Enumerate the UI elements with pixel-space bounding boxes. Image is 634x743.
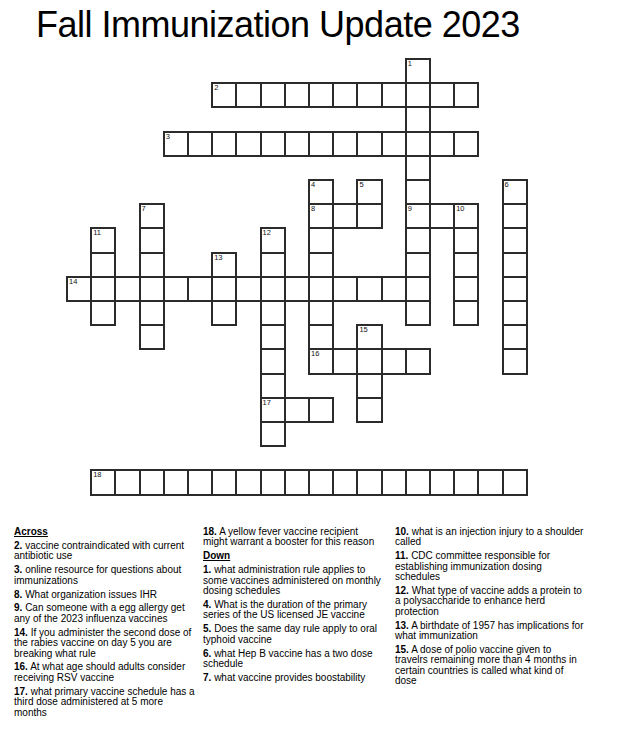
- clue-item-text: what administration rule applies to some…: [203, 564, 381, 596]
- grid-cell-r7c1[interactable]: 11: [90, 227, 116, 253]
- grid-cell-r12c8[interactable]: [260, 348, 286, 374]
- grid-cell-r3c6[interactable]: [211, 131, 237, 157]
- clue-item-text: what primary vaccine schedule has a thir…: [14, 686, 195, 718]
- clue-number: 6: [505, 180, 509, 189]
- grid-cell-r7c18[interactable]: [502, 227, 528, 253]
- grid-cell-r17c17[interactable]: [477, 469, 503, 495]
- grid-cell-r7c3[interactable]: [139, 227, 165, 253]
- grid-cell-r17c13[interactable]: [381, 469, 407, 495]
- clue-item: 3. online resource for questions about i…: [14, 565, 196, 586]
- grid-cell-r8c18[interactable]: [502, 252, 528, 278]
- grid-cell-r3c4[interactable]: 3: [163, 131, 189, 157]
- grid-cell-r3c7[interactable]: [235, 131, 261, 157]
- grid-cell-r17c3[interactable]: [139, 469, 165, 495]
- clue-item: 14. If you administer the second dose of…: [14, 628, 196, 659]
- clue-number: 14: [69, 277, 77, 286]
- clue-item: 8. What organization issues IHR: [14, 590, 196, 600]
- grid-cell-r9c12[interactable]: [356, 276, 382, 302]
- grid-cell-r6c11[interactable]: [332, 203, 358, 229]
- grid-cell-r3c12[interactable]: [356, 131, 382, 157]
- grid-cell-r10c14[interactable]: [405, 300, 431, 326]
- clue-item-number: 5.: [203, 623, 211, 634]
- grid-cell-r1c14[interactable]: [405, 82, 431, 108]
- grid-cell-r17c11[interactable]: [332, 469, 358, 495]
- grid-cell-r12c14[interactable]: [405, 348, 431, 374]
- grid-cell-r3c14[interactable]: [405, 131, 431, 157]
- grid-cell-r3c8[interactable]: [260, 131, 286, 157]
- grid-cell-r17c2[interactable]: [114, 469, 140, 495]
- clue-item-text: CDC committee responsible for establishi…: [395, 550, 550, 582]
- grid-cell-r3c11[interactable]: [332, 131, 358, 157]
- clue-item-text: what is an injection injury to a shoulde…: [395, 526, 583, 547]
- clue-item-number: 1.: [203, 564, 211, 575]
- grid-cell-r1c6[interactable]: 2: [211, 82, 237, 108]
- grid-cell-r3c10[interactable]: [308, 131, 334, 157]
- grid-cell-r14c8[interactable]: 17: [260, 397, 286, 423]
- grid-cell-r9c1[interactable]: [90, 276, 116, 302]
- clue-number: 1: [408, 59, 412, 68]
- across-header: Across: [14, 527, 196, 537]
- grid-cell-r3c15[interactable]: [429, 131, 455, 157]
- clue-item: 15. A dose of polio vaccine given to tra…: [395, 645, 585, 687]
- grid-cell-r11c10[interactable]: [308, 324, 334, 350]
- grid-cell-r5c14[interactable]: [405, 179, 431, 205]
- grid-cell-r14c9[interactable]: [284, 397, 310, 423]
- clue-item-text: At what age should adults consider recei…: [14, 661, 185, 682]
- grid-cell-r8c6[interactable]: 13: [211, 252, 237, 278]
- grid-cell-r9c6[interactable]: [211, 276, 237, 302]
- clue-number: 8: [311, 204, 315, 213]
- grid-cell-r7c14[interactable]: [405, 227, 431, 253]
- grid-cell-r8c14[interactable]: [405, 252, 431, 278]
- grid-cell-r1c12[interactable]: [356, 82, 382, 108]
- grid-cell-r9c18[interactable]: [502, 276, 528, 302]
- clue-column-3: 10. what is an injection injury to a sho…: [395, 527, 585, 690]
- clue-item-number: 14.: [14, 627, 28, 638]
- grid-cell-r17c9[interactable]: [284, 469, 310, 495]
- clue-item-text: Can someone with a egg allergy get any o…: [14, 602, 185, 623]
- grid-cell-r10c6[interactable]: [211, 300, 237, 326]
- clue-item-number: 8.: [14, 589, 22, 600]
- clue-item: 5. Does the same day rule apply to oral …: [203, 624, 385, 645]
- clue-number: 13: [214, 253, 222, 262]
- clue-item-text: If you administer the second dose of the…: [14, 627, 191, 659]
- grid-cell-r1c8[interactable]: [260, 82, 286, 108]
- clue-item-text: A birthdate of 1957 has implications for…: [395, 620, 583, 641]
- grid-cell-r9c3[interactable]: [139, 276, 165, 302]
- grid-cell-r12c13[interactable]: [381, 348, 407, 374]
- grid-cell-r7c8[interactable]: 12: [260, 227, 286, 253]
- clue-item: 6. what Hep B vaccine has a two dose sch…: [203, 649, 385, 670]
- grid-cell-r9c8[interactable]: [260, 276, 286, 302]
- grid-cell-r9c5[interactable]: [187, 276, 213, 302]
- clue-number: 2: [214, 83, 218, 92]
- clue-item: 7. what vaccine provides boostability: [203, 673, 385, 683]
- grid-cell-r17c16[interactable]: [453, 469, 479, 495]
- grid-cell-r17c6[interactable]: [211, 469, 237, 495]
- clue-item: 18. A yellow fever vaccine recipient mig…: [203, 527, 385, 548]
- clue-item-text: Does the same day rule apply to oral typ…: [203, 623, 377, 644]
- grid-cell-r17c7[interactable]: [235, 469, 261, 495]
- grid-cell-r1c16[interactable]: [453, 82, 479, 108]
- clue-item: 2. vaccine contraindicated with current …: [14, 541, 196, 562]
- clue-number: 17: [263, 398, 271, 407]
- grid-cell-r1c11[interactable]: [332, 82, 358, 108]
- grid-cell-r17c18[interactable]: [502, 469, 528, 495]
- grid-cell-r17c10[interactable]: [308, 469, 334, 495]
- grid-cell-r1c15[interactable]: [429, 82, 455, 108]
- grid-cell-r4c14[interactable]: [405, 155, 431, 181]
- clue-item-number: 13.: [395, 620, 409, 631]
- down-header: Down: [203, 551, 385, 561]
- clue-item-number: 12.: [395, 585, 409, 596]
- clue-item-number: 2.: [14, 540, 22, 551]
- grid-cell-r13c12[interactable]: [356, 373, 382, 399]
- grid-cell-r9c16[interactable]: [453, 276, 479, 302]
- clue-number: 16: [311, 349, 319, 358]
- grid-cell-r6c15[interactable]: [429, 203, 455, 229]
- clue-item-text: A yellow fever vaccine recipient might w…: [203, 526, 374, 547]
- grid-cell-r12c18[interactable]: [502, 348, 528, 374]
- clue-item-number: 15.: [395, 644, 409, 655]
- clue-number: 10: [456, 204, 464, 213]
- clue-item-text: vaccine contraindicated with current ant…: [14, 540, 184, 561]
- grid-cell-r2c14[interactable]: [405, 106, 431, 132]
- clue-item: 12. What type of vaccine adds a protein …: [395, 586, 585, 617]
- grid-cell-r1c10[interactable]: [308, 82, 334, 108]
- grid-cell-r3c9[interactable]: [284, 131, 310, 157]
- crossword-board: 123456789101112131415161718: [0, 0, 634, 520]
- grid-cell-r10c3[interactable]: [139, 300, 165, 326]
- clue-item-text: what Hep B vaccine has a two dose schedu…: [203, 648, 373, 669]
- grid-cell-r10c10[interactable]: [308, 300, 334, 326]
- clue-number: 5: [359, 180, 363, 189]
- clue-item-text: A dose of polio vaccine given to travelr…: [395, 644, 577, 686]
- grid-cell-r10c16[interactable]: [453, 300, 479, 326]
- grid-cell-r11c3[interactable]: [139, 324, 165, 350]
- clue-item-text: What organization issues IHR: [25, 589, 157, 600]
- grid-cell-r9c9[interactable]: [284, 276, 310, 302]
- grid-cell-r8c10[interactable]: [308, 252, 334, 278]
- grid-cell-r1c9[interactable]: [284, 82, 310, 108]
- grid-cell-r14c12[interactable]: [356, 397, 382, 423]
- grid-cell-r3c5[interactable]: [187, 131, 213, 157]
- clue-item: 16. At what age should adults consider r…: [14, 662, 196, 683]
- grid-cell-r8c8[interactable]: [260, 252, 286, 278]
- clue-item-text: online resource for questions about immu…: [14, 564, 181, 585]
- clue-number: 15: [359, 325, 367, 334]
- grid-cell-r10c18[interactable]: [502, 300, 528, 326]
- grid-cell-r14c10[interactable]: [308, 397, 334, 423]
- grid-cell-r12c10[interactable]: 16: [308, 348, 334, 374]
- clue-item-number: 16.: [14, 661, 28, 672]
- grid-cell-r9c14[interactable]: [405, 276, 431, 302]
- grid-cell-r9c11[interactable]: [332, 276, 358, 302]
- grid-cell-r5c10[interactable]: 4: [308, 179, 334, 205]
- clue-column-2: 18. A yellow fever vaccine recipient mig…: [203, 527, 385, 687]
- grid-cell-r17c14[interactable]: [405, 469, 431, 495]
- clue-column-1: Across2. vaccine contraindicated with cu…: [14, 527, 196, 722]
- grid-cell-r5c12[interactable]: 5: [356, 179, 382, 205]
- grid-cell-r6c10[interactable]: 8: [308, 203, 334, 229]
- clue-number: 3: [166, 132, 170, 141]
- grid-cell-r17c4[interactable]: [163, 469, 189, 495]
- clue-item-number: 11.: [395, 550, 408, 561]
- grid-cell-r17c15[interactable]: [429, 469, 455, 495]
- clue-number: 7: [142, 204, 146, 213]
- clue-item-text: What is the duration of the primary seri…: [203, 599, 367, 620]
- grid-cell-r17c5[interactable]: [187, 469, 213, 495]
- grid-cell-r7c10[interactable]: [308, 227, 334, 253]
- clue-item: 4. What is the duration of the primary s…: [203, 600, 385, 621]
- clue-item-number: 6.: [203, 648, 211, 659]
- grid-cell-r11c12[interactable]: 15: [356, 324, 382, 350]
- clue-item-text: what vaccine provides boostability: [214, 672, 365, 683]
- grid-cell-r1c7[interactable]: [235, 82, 261, 108]
- clue-item: 17. what primary vaccine schedule has a …: [14, 687, 196, 718]
- grid-cell-r9c13[interactable]: [381, 276, 407, 302]
- clue-item: 1. what administration rule applies to s…: [203, 565, 385, 596]
- grid-cell-r8c3[interactable]: [139, 252, 165, 278]
- clue-item-number: 7.: [203, 672, 211, 683]
- clue-item: 10. what is an injection injury to a sho…: [395, 527, 585, 548]
- grid-cell-r9c0[interactable]: 14: [66, 276, 92, 302]
- grid-cell-r9c7[interactable]: [235, 276, 261, 302]
- clue-item-text: What type of vaccine adds a protein to a…: [395, 585, 582, 617]
- grid-cell-r11c8[interactable]: [260, 324, 286, 350]
- grid-cell-r7c16[interactable]: [453, 227, 479, 253]
- grid-cell-r6c3[interactable]: 7: [139, 203, 165, 229]
- grid-cell-r17c8[interactable]: [260, 469, 286, 495]
- grid-cell-r12c11[interactable]: [332, 348, 358, 374]
- grid-cell-r9c4[interactable]: [163, 276, 189, 302]
- grid-cell-r6c12[interactable]: [356, 203, 382, 229]
- grid-cell-r10c1[interactable]: [90, 300, 116, 326]
- grid-cell-r13c8[interactable]: [260, 373, 286, 399]
- clue-number: 12: [263, 228, 271, 237]
- clue-item: 9. Can someone with a egg allergy get an…: [14, 603, 196, 624]
- grid-cell-r12c12[interactable]: [356, 348, 382, 374]
- grid-cell-r6c18[interactable]: [502, 203, 528, 229]
- grid-cell-r1c13[interactable]: [381, 82, 407, 108]
- grid-cell-r9c10[interactable]: [308, 276, 334, 302]
- clue-number: 4: [311, 180, 315, 189]
- grid-cell-r9c2[interactable]: [114, 276, 140, 302]
- clue-item-number: 4.: [203, 599, 211, 610]
- clue-item: 13. A birthdate of 1957 has implications…: [395, 621, 585, 642]
- grid-cell-r8c16[interactable]: [453, 252, 479, 278]
- grid-cell-r17c1[interactable]: 18: [90, 469, 116, 495]
- grid-cell-r3c13[interactable]: [381, 131, 407, 157]
- clue-item-number: 9.: [14, 602, 22, 613]
- grid-cell-r5c18[interactable]: 6: [502, 179, 528, 205]
- clue-item-number: 17.: [14, 686, 28, 697]
- grid-cell-r11c18[interactable]: [502, 324, 528, 350]
- grid-cell-r6c14[interactable]: 9: [405, 203, 431, 229]
- grid-cell-r0c14[interactable]: 1: [405, 58, 431, 84]
- grid-cell-r15c8[interactable]: [260, 421, 286, 447]
- grid-cell-r8c1[interactable]: [90, 252, 116, 278]
- clue-number: 9: [408, 204, 412, 213]
- clue-item-number: 10.: [395, 526, 409, 537]
- grid-cell-r10c8[interactable]: [260, 300, 286, 326]
- clue-item-number: 3.: [14, 564, 22, 575]
- clue-item: 11. CDC committee responsible for establ…: [395, 551, 585, 582]
- clue-number: 11: [93, 228, 101, 237]
- grid-cell-r17c12[interactable]: [356, 469, 382, 495]
- clue-number: 18: [93, 470, 101, 479]
- clue-item-number: 18.: [203, 526, 217, 537]
- grid-cell-r6c16[interactable]: 10: [453, 203, 479, 229]
- grid-cell-r3c16[interactable]: [453, 131, 479, 157]
